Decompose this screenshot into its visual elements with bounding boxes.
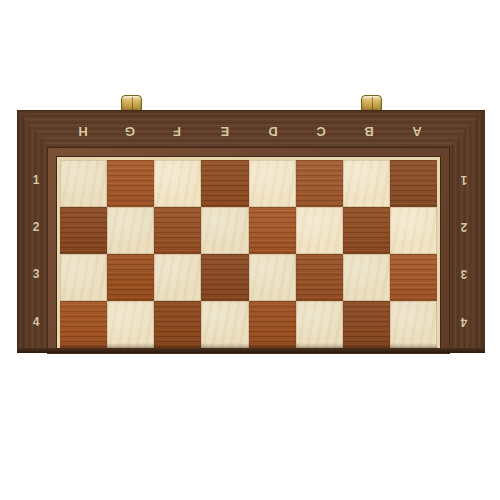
square-h4 <box>60 301 107 348</box>
square-f2 <box>154 207 201 254</box>
square-a4 <box>390 301 437 348</box>
rank-label-left-1: 1 <box>33 173 40 187</box>
square-c1 <box>296 160 343 207</box>
square-d1 <box>249 160 296 207</box>
file-label-h: H <box>78 124 87 139</box>
square-a2 <box>390 207 437 254</box>
file-label-b: B <box>364 124 373 139</box>
chessboard-grid <box>60 160 437 348</box>
rank-label-right-4: 4 <box>461 315 468 329</box>
fold-edge <box>17 348 485 353</box>
square-h3 <box>60 254 107 301</box>
folding-chessboard-photo: H G F E D C B A 1 2 3 4 1 2 3 4 <box>17 95 485 353</box>
rank-label-right-1: 1 <box>461 173 468 187</box>
square-g1 <box>107 160 154 207</box>
square-g3 <box>107 254 154 301</box>
square-c3 <box>296 254 343 301</box>
square-f1 <box>154 160 201 207</box>
square-d4 <box>249 301 296 348</box>
square-b1 <box>343 160 390 207</box>
rank-label-right-3: 3 <box>461 267 468 281</box>
file-label-f: F <box>173 124 181 139</box>
rank-label-left-4: 4 <box>33 315 40 329</box>
square-d3 <box>249 254 296 301</box>
square-d2 <box>249 207 296 254</box>
square-f3 <box>154 254 201 301</box>
rank-label-right-2: 2 <box>461 220 468 234</box>
rank-label-left-2: 2 <box>33 220 40 234</box>
square-c2 <box>296 207 343 254</box>
square-e3 <box>201 254 248 301</box>
square-e1 <box>201 160 248 207</box>
file-label-e: E <box>221 124 230 139</box>
square-e4 <box>201 301 248 348</box>
rank-label-left-3: 3 <box>33 267 40 281</box>
square-a3 <box>390 254 437 301</box>
square-a1 <box>390 160 437 207</box>
square-f4 <box>154 301 201 348</box>
square-g2 <box>107 207 154 254</box>
square-b4 <box>343 301 390 348</box>
file-label-g: G <box>125 124 135 139</box>
square-g4 <box>107 301 154 348</box>
square-e2 <box>201 207 248 254</box>
square-b3 <box>343 254 390 301</box>
file-label-a: A <box>412 124 421 139</box>
square-h2 <box>60 207 107 254</box>
board-surface <box>57 157 440 348</box>
file-label-d: D <box>268 124 277 139</box>
square-b2 <box>343 207 390 254</box>
file-label-c: C <box>316 124 325 139</box>
square-c4 <box>296 301 343 348</box>
square-h1 <box>60 160 107 207</box>
